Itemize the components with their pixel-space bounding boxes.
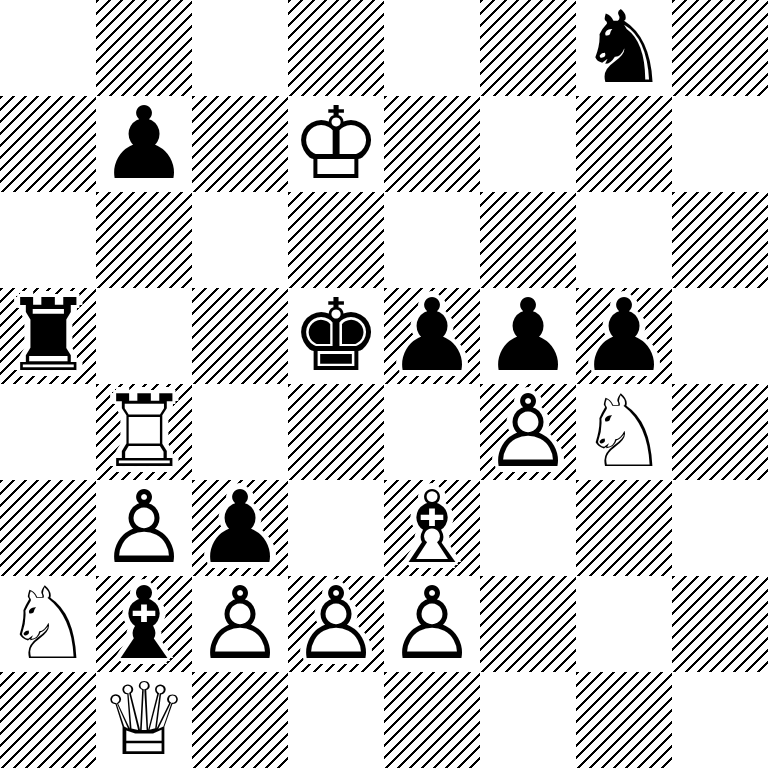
- piece-halo: ♟: [480, 384, 576, 480]
- square-a4[interactable]: [0, 384, 96, 480]
- piece-halo: ♞: [0, 576, 96, 672]
- square-h7[interactable]: [672, 96, 768, 192]
- piece-halo: ♟: [288, 576, 384, 672]
- square-h5[interactable]: [672, 288, 768, 384]
- piece-halo: ♞: [576, 0, 672, 96]
- piece-halo: ♜: [96, 384, 192, 480]
- piece-halo: ♚: [288, 288, 384, 384]
- piece-halo: ♚: [288, 96, 384, 192]
- white-knight-a2: ♘: [0, 576, 96, 672]
- square-b8[interactable]: [96, 0, 192, 96]
- piece-halo: ♟: [384, 288, 480, 384]
- square-a5[interactable]: ♜♜: [0, 288, 96, 384]
- square-e6[interactable]: [384, 192, 480, 288]
- square-f1[interactable]: [480, 672, 576, 768]
- white-pawn-d2: ♙: [288, 576, 384, 672]
- square-g6[interactable]: [576, 192, 672, 288]
- square-f5[interactable]: ♟♟: [480, 288, 576, 384]
- square-c3[interactable]: ♟♟: [192, 480, 288, 576]
- piece-halo: ♟: [96, 480, 192, 576]
- square-h4[interactable]: [672, 384, 768, 480]
- square-d3[interactable]: [288, 480, 384, 576]
- square-f3[interactable]: [480, 480, 576, 576]
- piece-halo: ♝: [96, 576, 192, 672]
- piece-halo: ♟: [192, 480, 288, 576]
- square-c8[interactable]: [192, 0, 288, 96]
- black-pawn-b7: ♟: [96, 96, 192, 192]
- black-pawn-e5: ♟: [384, 288, 480, 384]
- square-g7[interactable]: [576, 96, 672, 192]
- white-bishop-e3: ♗: [384, 480, 480, 576]
- square-b2[interactable]: ♝♝: [96, 576, 192, 672]
- square-c4[interactable]: [192, 384, 288, 480]
- square-d6[interactable]: [288, 192, 384, 288]
- black-king-d5: ♚: [288, 288, 384, 384]
- square-d7[interactable]: ♚♔: [288, 96, 384, 192]
- piece-halo: ♟: [96, 96, 192, 192]
- square-g1[interactable]: [576, 672, 672, 768]
- square-e8[interactable]: [384, 0, 480, 96]
- square-c7[interactable]: [192, 96, 288, 192]
- black-pawn-g5: ♟: [576, 288, 672, 384]
- square-g5[interactable]: ♟♟: [576, 288, 672, 384]
- black-rook-a5: ♜: [0, 288, 96, 384]
- square-a3[interactable]: [0, 480, 96, 576]
- square-b1[interactable]: ♛♕: [96, 672, 192, 768]
- piece-halo: ♞: [576, 384, 672, 480]
- black-bishop-b2: ♝: [96, 576, 192, 672]
- square-h1[interactable]: [672, 672, 768, 768]
- square-f6[interactable]: [480, 192, 576, 288]
- square-h2[interactable]: [672, 576, 768, 672]
- white-knight-g4: ♘: [576, 384, 672, 480]
- black-knight-g8: ♞: [576, 0, 672, 96]
- square-g4[interactable]: ♞♘: [576, 384, 672, 480]
- square-e3[interactable]: ♝♗: [384, 480, 480, 576]
- white-pawn-e2: ♙: [384, 576, 480, 672]
- square-a6[interactable]: [0, 192, 96, 288]
- square-b5[interactable]: [96, 288, 192, 384]
- square-h8[interactable]: [672, 0, 768, 96]
- black-pawn-c3: ♟: [192, 480, 288, 576]
- piece-halo: ♛: [96, 672, 192, 768]
- square-e5[interactable]: ♟♟: [384, 288, 480, 384]
- square-f4[interactable]: ♟♙: [480, 384, 576, 480]
- square-e4[interactable]: [384, 384, 480, 480]
- square-h3[interactable]: [672, 480, 768, 576]
- piece-halo: ♟: [576, 288, 672, 384]
- square-c2[interactable]: ♟♙: [192, 576, 288, 672]
- square-e2[interactable]: ♟♙: [384, 576, 480, 672]
- piece-halo: ♝: [384, 480, 480, 576]
- square-g3[interactable]: [576, 480, 672, 576]
- square-e7[interactable]: [384, 96, 480, 192]
- white-king-d7: ♔: [288, 96, 384, 192]
- square-f7[interactable]: [480, 96, 576, 192]
- piece-halo: ♟: [384, 576, 480, 672]
- square-b4[interactable]: ♜♖: [96, 384, 192, 480]
- square-c6[interactable]: [192, 192, 288, 288]
- white-pawn-b3: ♙: [96, 480, 192, 576]
- piece-halo: ♟: [192, 576, 288, 672]
- square-a1[interactable]: [0, 672, 96, 768]
- square-g2[interactable]: [576, 576, 672, 672]
- square-a8[interactable]: [0, 0, 96, 96]
- square-g8[interactable]: ♞♞: [576, 0, 672, 96]
- chess-board: ♞♞♟♟♚♔♜♜♚♚♟♟♟♟♟♟♜♖♟♙♞♘♟♙♟♟♝♗♞♘♝♝♟♙♟♙♟♙♛♕: [0, 0, 768, 768]
- white-queen-b1: ♕: [96, 672, 192, 768]
- square-f2[interactable]: [480, 576, 576, 672]
- white-rook-b4: ♖: [96, 384, 192, 480]
- square-b3[interactable]: ♟♙: [96, 480, 192, 576]
- square-d8[interactable]: [288, 0, 384, 96]
- square-b6[interactable]: [96, 192, 192, 288]
- square-b7[interactable]: ♟♟: [96, 96, 192, 192]
- square-e1[interactable]: [384, 672, 480, 768]
- black-pawn-f5: ♟: [480, 288, 576, 384]
- square-a7[interactable]: [0, 96, 96, 192]
- square-c1[interactable]: [192, 672, 288, 768]
- square-h6[interactable]: [672, 192, 768, 288]
- white-pawn-f4: ♙: [480, 384, 576, 480]
- piece-halo: ♟: [480, 288, 576, 384]
- square-d2[interactable]: ♟♙: [288, 576, 384, 672]
- square-c5[interactable]: [192, 288, 288, 384]
- square-a2[interactable]: ♞♘: [0, 576, 96, 672]
- square-d4[interactable]: [288, 384, 384, 480]
- white-pawn-c2: ♙: [192, 576, 288, 672]
- piece-halo: ♜: [0, 288, 96, 384]
- square-d5[interactable]: ♚♚: [288, 288, 384, 384]
- square-f8[interactable]: [480, 0, 576, 96]
- square-d1[interactable]: [288, 672, 384, 768]
